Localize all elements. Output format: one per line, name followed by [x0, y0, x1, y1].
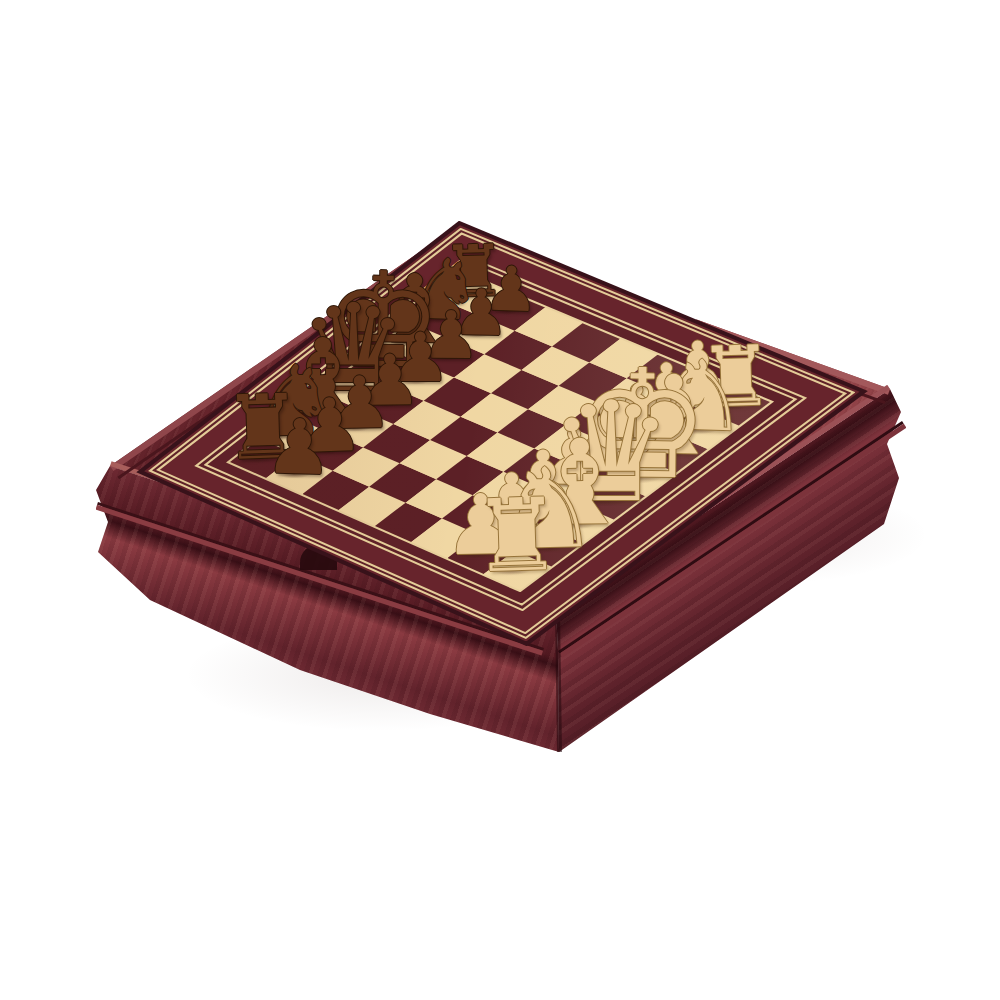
piece-white-rook-a1[interactable]: ♜: [471, 485, 564, 588]
chess-box-photo: ♜♟♞♟♝♟♚♟♛♟♟♜♝♟♟♞♞♟♟♝♜♟♟♚♟♛♟♝♟♞♟♜: [0, 0, 1000, 1000]
piece-black-pawn-a7[interactable]: ♟: [264, 410, 334, 488]
